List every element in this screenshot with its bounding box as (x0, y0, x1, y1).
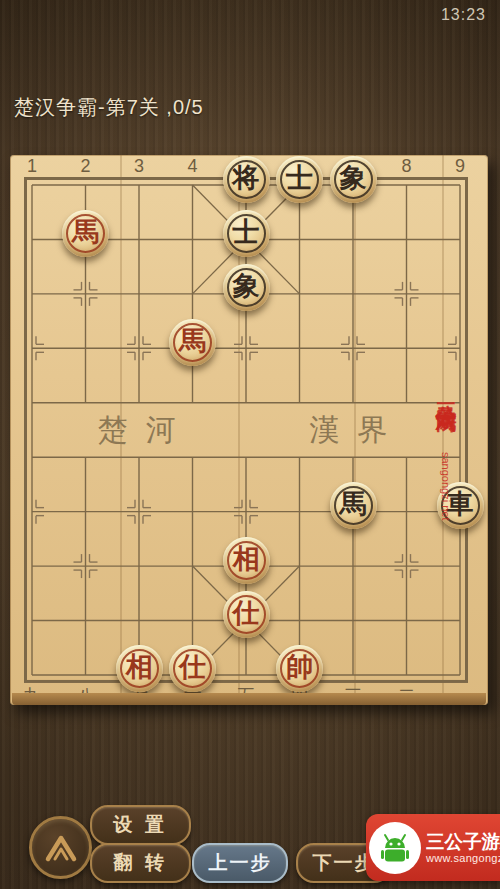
flip-board-button[interactable]: 翻 转 (90, 843, 191, 883)
settings-button[interactable]: 设 置 (90, 805, 191, 845)
android-logo-icon (369, 822, 421, 874)
piece-black-象-f7r0[interactable]: 象 (330, 156, 377, 203)
svg-text:楚河: 楚河 (98, 413, 194, 446)
piece-red-相-f5r7[interactable]: 相 (223, 537, 270, 584)
chevron-up-icon (44, 833, 78, 863)
piece-black-士-f6r0[interactable]: 士 (276, 156, 323, 203)
piece-glyph: 相 (233, 546, 260, 573)
piece-glyph: 象 (340, 165, 367, 192)
piece-glyph: 象 (233, 273, 260, 300)
vertical-watermark-text: 三公子游戏网 (432, 386, 460, 398)
vertical-watermark-url: sangongzi.net (440, 452, 452, 521)
watermark-site-name: 三公子游戏网 (426, 831, 500, 852)
svg-text:9: 9 (455, 156, 465, 176)
svg-text:漢界: 漢界 (310, 413, 406, 446)
board-base-edge (12, 693, 486, 705)
piece-glyph: 仕 (179, 654, 206, 681)
watermark-site-url: www.sangongzi.net (426, 852, 500, 865)
xiangqi-board[interactable]: 楚河漢界123456789九八七六五四三二一 将士象馬士象馬馬車相仕相仕帥 (10, 155, 488, 705)
piece-black-士-f5r1[interactable]: 士 (223, 210, 270, 257)
piece-glyph: 士 (286, 165, 313, 192)
piece-black-馬-f7r6[interactable]: 馬 (330, 482, 377, 529)
piece-red-馬-f4r3[interactable]: 馬 (169, 319, 216, 366)
piece-glyph: 将 (233, 165, 260, 192)
piece-glyph: 馬 (340, 491, 367, 518)
piece-red-仕-f5r8[interactable]: 仕 (223, 591, 270, 638)
piece-red-馬-f2r1[interactable]: 馬 (62, 210, 109, 257)
piece-red-相-f3r9[interactable]: 相 (116, 645, 163, 692)
piece-glyph: 馬 (179, 328, 206, 355)
piece-glyph: 士 (233, 219, 260, 246)
expand-menu-button[interactable] (29, 816, 92, 879)
piece-glyph: 仕 (233, 600, 260, 627)
piece-glyph: 相 (126, 654, 153, 681)
piece-glyph: 馬 (72, 219, 99, 246)
piece-glyph: 帥 (286, 654, 313, 681)
svg-text:1: 1 (27, 156, 37, 176)
clock-time: 13:23 (441, 6, 486, 24)
svg-text:8: 8 (401, 156, 411, 176)
watermark-panel: 三公子游戏网 www.sangongzi.net (366, 814, 500, 881)
svg-text:2: 2 (80, 156, 90, 176)
svg-text:3: 3 (134, 156, 144, 176)
previous-move-button[interactable]: 上一步 (192, 843, 288, 883)
level-title: 楚汉争霸-第7关 ,0/5 (14, 94, 204, 121)
piece-black-将-f5r0[interactable]: 将 (223, 156, 270, 203)
svg-text:4: 4 (187, 156, 197, 176)
piece-black-象-f5r2[interactable]: 象 (223, 264, 270, 311)
